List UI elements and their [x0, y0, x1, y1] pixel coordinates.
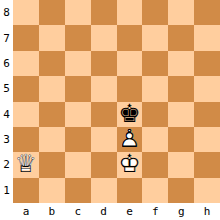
square-b5[interactable]: [39, 76, 65, 101]
square-g5[interactable]: [168, 76, 194, 101]
square-a1[interactable]: [13, 178, 39, 203]
black-king-glyph: ♚: [117, 101, 143, 126]
square-c4[interactable]: [65, 102, 91, 127]
square-d1[interactable]: [91, 178, 117, 203]
rank-label-5: 5: [0, 76, 13, 101]
square-b8[interactable]: [39, 0, 65, 25]
file-labels: abcdefgh: [13, 203, 220, 220]
square-d2[interactable]: [91, 152, 117, 177]
square-e7[interactable]: [117, 25, 143, 50]
black-king-piece[interactable]: ♚: [117, 102, 143, 127]
square-d3[interactable]: [91, 127, 117, 152]
square-g6[interactable]: [168, 51, 194, 76]
square-a5[interactable]: [13, 76, 39, 101]
square-h4[interactable]: [194, 102, 220, 127]
square-g3[interactable]: [168, 127, 194, 152]
square-a2[interactable]: ♛♕: [13, 152, 39, 177]
rank-label-4: 4: [0, 102, 13, 127]
square-g7[interactable]: [168, 25, 194, 50]
square-f4[interactable]: [142, 102, 168, 127]
square-b7[interactable]: [39, 25, 65, 50]
square-f6[interactable]: [142, 51, 168, 76]
file-label-f: f: [142, 203, 168, 220]
square-c5[interactable]: [65, 76, 91, 101]
rank-labels: 87654321: [0, 0, 13, 203]
square-h3[interactable]: [194, 127, 220, 152]
rank-label-6: 6: [0, 51, 13, 76]
square-f8[interactable]: [142, 0, 168, 25]
file-label-d: d: [91, 203, 117, 220]
square-d7[interactable]: [91, 25, 117, 50]
chess-board: ♚♟♙♛♕♚♔: [13, 0, 220, 203]
square-c2[interactable]: [65, 152, 91, 177]
square-h8[interactable]: [194, 0, 220, 25]
square-e1[interactable]: [117, 178, 143, 203]
square-e4[interactable]: ♚: [117, 102, 143, 127]
square-h5[interactable]: [194, 76, 220, 101]
rank-label-8: 8: [0, 0, 13, 25]
white-pawn-glyph: ♙: [117, 126, 143, 151]
rank-label-2: 2: [0, 152, 13, 177]
square-f3[interactable]: [142, 127, 168, 152]
square-e6[interactable]: [117, 51, 143, 76]
square-f2[interactable]: [142, 152, 168, 177]
square-b6[interactable]: [39, 51, 65, 76]
file-label-h: h: [194, 203, 220, 220]
square-c6[interactable]: [65, 51, 91, 76]
file-label-b: b: [39, 203, 65, 220]
square-e5[interactable]: [117, 76, 143, 101]
square-h2[interactable]: [194, 152, 220, 177]
file-label-c: c: [65, 203, 91, 220]
square-h1[interactable]: [194, 178, 220, 203]
square-g2[interactable]: [168, 152, 194, 177]
square-d6[interactable]: [91, 51, 117, 76]
square-e8[interactable]: [117, 0, 143, 25]
square-g4[interactable]: [168, 102, 194, 127]
white-pawn-piece[interactable]: ♟♙: [117, 127, 143, 152]
white-queen-glyph: ♕: [13, 151, 39, 176]
file-label-g: g: [168, 203, 194, 220]
square-d5[interactable]: [91, 76, 117, 101]
white-king-glyph: ♔: [117, 151, 143, 176]
file-label-e: e: [117, 203, 143, 220]
square-b1[interactable]: [39, 178, 65, 203]
square-e3[interactable]: ♟♙: [117, 127, 143, 152]
square-e2[interactable]: ♚♔: [117, 152, 143, 177]
white-queen-piece[interactable]: ♛♕: [13, 152, 39, 177]
square-f7[interactable]: [142, 25, 168, 50]
square-f1[interactable]: [142, 178, 168, 203]
rank-label-7: 7: [0, 25, 13, 50]
chess-diagram: 87654321 ♚♟♙♛♕♚♔ abcdefgh: [0, 0, 220, 220]
square-d4[interactable]: [91, 102, 117, 127]
rank-label-3: 3: [0, 127, 13, 152]
square-a8[interactable]: [13, 0, 39, 25]
square-c1[interactable]: [65, 178, 91, 203]
square-b3[interactable]: [39, 127, 65, 152]
square-h7[interactable]: [194, 25, 220, 50]
square-f5[interactable]: [142, 76, 168, 101]
square-c3[interactable]: [65, 127, 91, 152]
square-b4[interactable]: [39, 102, 65, 127]
file-label-a: a: [13, 203, 39, 220]
square-h6[interactable]: [194, 51, 220, 76]
square-d8[interactable]: [91, 0, 117, 25]
white-king-piece[interactable]: ♚♔: [117, 152, 143, 177]
square-c8[interactable]: [65, 0, 91, 25]
square-a3[interactable]: [13, 127, 39, 152]
square-a4[interactable]: [13, 102, 39, 127]
rank-label-1: 1: [0, 178, 13, 203]
square-c7[interactable]: [65, 25, 91, 50]
square-b2[interactable]: [39, 152, 65, 177]
square-a7[interactable]: [13, 25, 39, 50]
square-g8[interactable]: [168, 0, 194, 25]
square-g1[interactable]: [168, 178, 194, 203]
square-a6[interactable]: [13, 51, 39, 76]
